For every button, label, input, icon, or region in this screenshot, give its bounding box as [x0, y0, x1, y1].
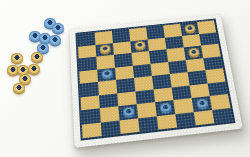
board-square[interactable] [157, 114, 177, 130]
checker-piece-yellow[interactable] [184, 24, 196, 33]
board-square[interactable] [194, 109, 215, 125]
checker-piece-blue[interactable] [101, 69, 113, 79]
captured-piece-blue[interactable] [52, 23, 64, 33]
captured-piece-yellow[interactable] [11, 53, 23, 63]
photo-background [0, 0, 250, 157]
checker-piece-blue[interactable] [195, 98, 208, 108]
board-square[interactable] [120, 118, 140, 134]
checker-piece-yellow[interactable] [187, 48, 199, 57]
checker-piece-yellow[interactable] [99, 45, 110, 54]
board-square[interactable] [101, 120, 121, 136]
captured-piece-yellow[interactable] [13, 83, 25, 93]
board-grid [77, 20, 233, 138]
board-square[interactable] [175, 112, 196, 128]
captured-piece-yellow[interactable] [31, 52, 43, 62]
board-inner-border [75, 18, 235, 140]
board-square[interactable] [212, 107, 233, 123]
checker-piece-yellow[interactable] [134, 41, 146, 50]
checker-piece-blue[interactable] [159, 102, 171, 112]
board-square[interactable] [138, 116, 158, 132]
checker-piece-blue[interactable] [122, 106, 134, 116]
board-square[interactable] [82, 122, 102, 138]
captured-piece-yellow[interactable] [28, 64, 40, 74]
captured-piece-blue[interactable] [49, 35, 61, 45]
checkers-board [69, 13, 242, 148]
